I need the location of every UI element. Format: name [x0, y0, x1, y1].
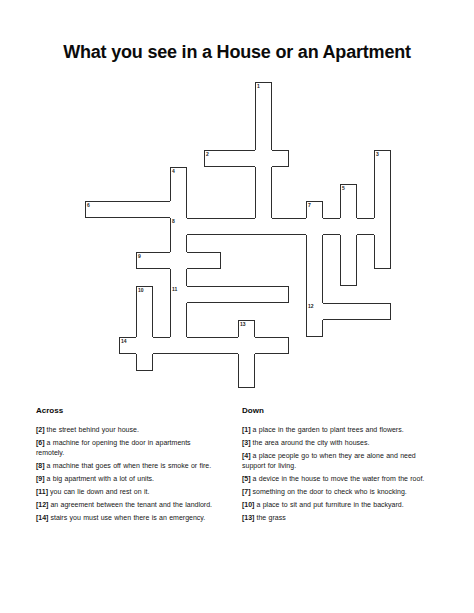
grid-cell-r8c13[interactable] [306, 218, 323, 235]
clue-text: a place people go to when they are alone… [242, 452, 416, 469]
blocked-area [204, 303, 221, 320]
grid-cell-r9c13[interactable] [306, 235, 323, 252]
grid-cell-r13c13[interactable]: 12 [306, 303, 323, 320]
cell-number: 5 [342, 185, 345, 191]
blocked-area [272, 116, 289, 133]
blocked-area [187, 99, 204, 116]
blocked-area [119, 82, 136, 99]
grid-cell-r10c7[interactable] [204, 252, 221, 269]
grid-cell-r9c5[interactable] [170, 235, 187, 252]
blocked-area [187, 167, 204, 184]
blocked-area [221, 99, 238, 116]
grid-cell-r7c1[interactable] [102, 201, 119, 218]
grid-cell-r11c15[interactable] [340, 269, 357, 286]
grid-cell-r6c5[interactable] [170, 184, 187, 201]
blocked-area [221, 82, 238, 99]
grid-cell-r8c5[interactable]: 8 [170, 218, 187, 235]
blocked-area [85, 218, 102, 235]
cell-number: 6 [87, 202, 90, 208]
grid-cell-r0c10[interactable]: 1 [255, 82, 272, 99]
blocked-area [136, 150, 153, 167]
blocked-area [136, 269, 153, 286]
blocked-area [119, 150, 136, 167]
blocked-area [306, 99, 323, 116]
blocked-area [136, 99, 153, 116]
grid-cell-r4c10[interactable] [255, 150, 272, 167]
grid-cell-r12c13[interactable] [306, 286, 323, 303]
blocked-area [289, 167, 306, 184]
blocked-area [153, 354, 170, 371]
blocked-area [153, 218, 170, 235]
blocked-area [153, 82, 170, 99]
clue-label: [10] [242, 501, 254, 508]
blocked-area [170, 99, 187, 116]
grid-cell-r15c4[interactable] [153, 337, 170, 354]
blocked-area [187, 269, 204, 286]
blocked-area [340, 116, 357, 133]
clue-label: [4] [242, 452, 251, 459]
blocked-area [85, 371, 102, 388]
grid-cell-r4c8[interactable] [221, 150, 238, 167]
blocked-area [374, 116, 391, 133]
blocked-area [289, 354, 306, 371]
grid-cell-r12c11[interactable] [272, 286, 289, 303]
cell-number: 3 [376, 151, 379, 157]
blocked-area [306, 82, 323, 99]
blocked-area [340, 150, 357, 167]
blocked-area [323, 286, 340, 303]
blocked-area [85, 235, 102, 252]
blocked-area [357, 354, 374, 371]
blocked-area [136, 235, 153, 252]
blocked-area [357, 286, 374, 303]
grid-cell-r15c9[interactable] [238, 337, 255, 354]
blocked-area [136, 82, 153, 99]
blocked-area [323, 201, 340, 218]
down-clue-3: [3]the area around the city with houses. [242, 438, 460, 448]
puzzle-title: What you see in a House or an Apartment [0, 42, 474, 63]
blocked-area [323, 235, 340, 252]
blocked-area [119, 303, 136, 320]
crossword-grid: 1234567891011121314 [85, 82, 391, 388]
blocked-area [357, 235, 374, 252]
grid-cell-r10c4[interactable] [153, 252, 170, 269]
blocked-area [204, 167, 221, 184]
blocked-area [102, 303, 119, 320]
blocked-area [340, 133, 357, 150]
grid-cell-r14c3[interactable] [136, 320, 153, 337]
blocked-area [85, 354, 102, 371]
grid-cell-r8c10[interactable] [255, 218, 272, 235]
blocked-area [255, 303, 272, 320]
grid-cell-r10c3[interactable]: 9 [136, 252, 153, 269]
grid-cell-r12c6[interactable] [187, 286, 204, 303]
grid-cell-r12c10[interactable] [255, 286, 272, 303]
blocked-area [187, 133, 204, 150]
blocked-area [306, 354, 323, 371]
blocked-area [221, 184, 238, 201]
blocked-area [238, 235, 255, 252]
blocked-area [170, 150, 187, 167]
grid-cell-r6c15[interactable]: 5 [340, 184, 357, 201]
blocked-area [119, 252, 136, 269]
blocked-area [102, 235, 119, 252]
grid-cell-r7c0[interactable]: 6 [85, 201, 102, 218]
blocked-area [357, 371, 374, 388]
blocked-area [255, 320, 272, 337]
blocked-area [204, 371, 221, 388]
blocked-area [357, 184, 374, 201]
blocked-area [85, 252, 102, 269]
blocked-area [272, 320, 289, 337]
blocked-area [272, 371, 289, 388]
blocked-area [272, 269, 289, 286]
blocked-area [289, 82, 306, 99]
clue-text: a machine that goes off when there is sm… [47, 462, 212, 469]
blocked-area [289, 150, 306, 167]
blocked-area [221, 201, 238, 218]
blocked-area [289, 337, 306, 354]
grid-cell-r7c13[interactable]: 7 [306, 201, 323, 218]
blocked-area [272, 99, 289, 116]
grid-cell-r8c12[interactable] [289, 218, 306, 235]
grid-cell-r12c5[interactable]: 11 [170, 286, 187, 303]
down-heading: Down [242, 406, 460, 415]
blocked-area [102, 184, 119, 201]
clue-label: [13] [242, 514, 254, 521]
blocked-area [357, 337, 374, 354]
blocked-area [85, 184, 102, 201]
blocked-area [272, 252, 289, 269]
blocked-area [340, 286, 357, 303]
grid-cell-r13c16[interactable] [357, 303, 374, 320]
blocked-area [170, 354, 187, 371]
grid-cell-r8c17[interactable] [374, 218, 391, 235]
blocked-area [306, 133, 323, 150]
blocked-area [374, 320, 391, 337]
grid-cell-r7c2[interactable] [119, 201, 136, 218]
blocked-area [306, 337, 323, 354]
blocked-area [255, 235, 272, 252]
blocked-area [153, 150, 170, 167]
grid-cell-r15c2[interactable]: 14 [119, 337, 136, 354]
blocked-area [323, 99, 340, 116]
grid-cell-r13c5[interactable] [170, 303, 187, 320]
grid-cell-r11c5[interactable] [170, 269, 187, 286]
cell-number: 8 [172, 218, 175, 224]
blocked-area [85, 286, 102, 303]
grid-cell-r7c4[interactable] [153, 201, 170, 218]
blocked-area [187, 82, 204, 99]
blocked-area [289, 303, 306, 320]
grid-cell-r6c10[interactable] [255, 184, 272, 201]
grid-cell-r12c3[interactable]: 10 [136, 286, 153, 303]
grid-cell-r5c10[interactable] [255, 167, 272, 184]
grid-cell-r8c6[interactable] [187, 218, 204, 235]
blocked-area [204, 320, 221, 337]
grid-cell-r7c15[interactable] [340, 201, 357, 218]
grid-cell-r8c16[interactable] [357, 218, 374, 235]
down-clue-7: [7]something on the door to check who is… [242, 487, 460, 497]
blocked-area [102, 150, 119, 167]
blocked-area [357, 320, 374, 337]
blocked-area [187, 150, 204, 167]
blocked-area [153, 184, 170, 201]
blocked-area [119, 371, 136, 388]
blocked-area [374, 286, 391, 303]
grid-cell-r11c13[interactable] [306, 269, 323, 286]
blocked-area [323, 184, 340, 201]
grid-cell-r2c10[interactable] [255, 116, 272, 133]
grid-cell-r15c3[interactable] [136, 337, 153, 354]
grid-cell-r10c6[interactable] [187, 252, 204, 269]
blocked-area [85, 116, 102, 133]
grid-cell-r16c9[interactable] [238, 354, 255, 371]
blocked-area [357, 167, 374, 184]
blocked-area [357, 133, 374, 150]
blocked-area [374, 354, 391, 371]
blocked-area [102, 218, 119, 235]
blocked-area [255, 252, 272, 269]
blocked-area [187, 235, 204, 252]
blocked-area [323, 82, 340, 99]
blocked-area [119, 235, 136, 252]
blocked-area [221, 116, 238, 133]
blocked-area [289, 371, 306, 388]
blocked-area [102, 167, 119, 184]
blocked-area [238, 184, 255, 201]
blocked-area [102, 286, 119, 303]
across-clue-9: [9]a big apartment with a lot of units. [36, 474, 254, 484]
grid-cell-r13c3[interactable] [136, 303, 153, 320]
blocked-area [357, 150, 374, 167]
blocked-area [289, 184, 306, 201]
blocked-area [374, 99, 391, 116]
blocked-area [204, 82, 221, 99]
cell-number: 10 [138, 287, 144, 293]
across-clue-2: [2]the street behind your house. [36, 425, 254, 435]
blocked-area [119, 218, 136, 235]
down-clue-4: [4]a place people go to when they are al… [242, 451, 460, 471]
grid-cell-r4c17[interactable]: 3 [374, 150, 391, 167]
blocked-area [340, 371, 357, 388]
blocked-area [170, 133, 187, 150]
blocked-area [136, 184, 153, 201]
blocked-area [153, 99, 170, 116]
grid-cell-r13c15[interactable] [340, 303, 357, 320]
grid-cell-r4c9[interactable] [238, 150, 255, 167]
blocked-area [323, 354, 340, 371]
blocked-area [119, 354, 136, 371]
clue-text: the area around the city with houses. [253, 439, 370, 446]
blocked-area [153, 133, 170, 150]
grid-cell-r3c10[interactable] [255, 133, 272, 150]
across-clue-6: [6]a machine for opening the door in apa… [36, 438, 254, 458]
blocked-area [221, 320, 238, 337]
grid-cell-r7c17[interactable] [374, 201, 391, 218]
grid-cell-r15c8[interactable] [221, 337, 238, 354]
blocked-area [357, 99, 374, 116]
blocked-area [306, 150, 323, 167]
cell-number: 1 [257, 83, 260, 89]
grid-cell-r10c13[interactable] [306, 252, 323, 269]
grid-cell-r9c15[interactable] [340, 235, 357, 252]
grid-cell-r7c10[interactable] [255, 201, 272, 218]
grid-cell-r7c5[interactable] [170, 201, 187, 218]
grid-cell-r8c11[interactable] [272, 218, 289, 235]
blocked-area [272, 167, 289, 184]
blocked-area [289, 286, 306, 303]
grid-cell-r10c17[interactable] [374, 252, 391, 269]
clue-text: a place in the garden to plant trees and… [253, 426, 404, 433]
cell-number: 7 [308, 202, 311, 208]
down-clue-10: [10]a place to sit and put furniture in … [242, 500, 460, 510]
cell-number: 9 [138, 253, 141, 259]
blocked-area [323, 150, 340, 167]
blocked-area [238, 303, 255, 320]
blocked-area [85, 167, 102, 184]
grid-cell-r1c10[interactable] [255, 99, 272, 116]
blocked-area [187, 116, 204, 133]
blocked-area [340, 320, 357, 337]
blocked-area [272, 201, 289, 218]
blocked-area [187, 320, 204, 337]
blocked-area [272, 354, 289, 371]
clue-label: [12] [36, 501, 48, 508]
blocked-area [323, 167, 340, 184]
grid-cell-r4c11[interactable] [272, 150, 289, 167]
grid-cell-r15c7[interactable] [204, 337, 221, 354]
blocked-area [187, 371, 204, 388]
across-clue-list: [2]the street behind your house.[6]a mac… [36, 425, 254, 523]
grid-cell-r8c15[interactable] [340, 218, 357, 235]
blocked-area [102, 133, 119, 150]
blocked-area [374, 337, 391, 354]
down-clue-13: [13]the grass [242, 513, 460, 523]
grid-cell-r13c17[interactable] [374, 303, 391, 320]
down-clue-list: [1]a place in the garden to plant trees … [242, 425, 460, 523]
blocked-area [289, 269, 306, 286]
clue-text: a machine for opening the door in apartm… [36, 439, 191, 456]
blocked-area [221, 269, 238, 286]
grid-cell-r4c7[interactable]: 2 [204, 150, 221, 167]
grid-cell-r15c11[interactable] [272, 337, 289, 354]
grid-cell-r15c10[interactable] [255, 337, 272, 354]
grid-cell-r16c3[interactable] [136, 354, 153, 371]
blocked-area [289, 133, 306, 150]
blocked-area [238, 201, 255, 218]
grid-cell-r15c6[interactable] [187, 337, 204, 354]
grid-cell-r8c8[interactable] [221, 218, 238, 235]
blocked-area [187, 354, 204, 371]
grid-cell-r12c7[interactable] [204, 286, 221, 303]
blocked-area [323, 371, 340, 388]
blocked-area [255, 269, 272, 286]
blocked-area [238, 269, 255, 286]
blocked-area [340, 82, 357, 99]
blocked-area [119, 133, 136, 150]
blocked-area [340, 354, 357, 371]
blocked-area [306, 116, 323, 133]
blocked-area [323, 133, 340, 150]
blocked-area [85, 82, 102, 99]
blocked-area [374, 269, 391, 286]
across-clue-12: [12]an agreement between the tenant and … [36, 500, 254, 510]
blocked-area [357, 82, 374, 99]
across-clue-14: [14]stairs you must use when there is an… [36, 513, 254, 523]
blocked-area [170, 371, 187, 388]
cell-number: 4 [172, 168, 175, 174]
blocked-area [340, 337, 357, 354]
blocked-area [119, 116, 136, 133]
blocked-area [221, 371, 238, 388]
grid-cell-r17c9[interactable] [238, 371, 255, 388]
grid-cell-r12c8[interactable] [221, 286, 238, 303]
grid-cell-r10c5[interactable] [170, 252, 187, 269]
blocked-area [357, 116, 374, 133]
blocked-area [272, 303, 289, 320]
grid-cell-r5c17[interactable] [374, 167, 391, 184]
across-clue-11: [11]you can lie down and rest on it. [36, 487, 254, 497]
clue-label: [14] [36, 514, 48, 521]
blocked-area [357, 201, 374, 218]
blocked-area [238, 116, 255, 133]
clue-text: a big apartment with a lot of units. [47, 475, 154, 482]
blocked-area [119, 99, 136, 116]
clue-text: a place to sit and put furniture in the … [256, 501, 403, 508]
blocked-area [102, 354, 119, 371]
blocked-area [153, 303, 170, 320]
grid-cell-r9c17[interactable] [374, 235, 391, 252]
blocked-area [255, 371, 272, 388]
grid-cell-r8c9[interactable] [238, 218, 255, 235]
grid-cell-r6c17[interactable] [374, 184, 391, 201]
grid-cell-r8c7[interactable] [204, 218, 221, 235]
blocked-area [289, 320, 306, 337]
blocked-area [136, 116, 153, 133]
grid-cell-r14c9[interactable]: 13 [238, 320, 255, 337]
blocked-area [153, 320, 170, 337]
clue-label: [5] [242, 475, 251, 482]
blocked-area [85, 99, 102, 116]
grid-cell-r14c13[interactable] [306, 320, 323, 337]
grid-cell-r14c5[interactable] [170, 320, 187, 337]
clue-text: an agreement between the tenant and the … [50, 501, 212, 508]
blocked-area [136, 167, 153, 184]
blocked-area [119, 184, 136, 201]
blocked-area [170, 116, 187, 133]
grid-cell-r15c5[interactable] [170, 337, 187, 354]
blocked-area [221, 303, 238, 320]
blocked-area [323, 269, 340, 286]
blocked-area [153, 116, 170, 133]
blocked-area [102, 371, 119, 388]
grid-cell-r12c9[interactable] [238, 286, 255, 303]
grid-cell-r7c3[interactable] [136, 201, 153, 218]
blocked-area [323, 116, 340, 133]
blocked-area [102, 82, 119, 99]
blocked-area [323, 320, 340, 337]
blocked-area [153, 286, 170, 303]
clue-text: a device in the house to move the water … [253, 475, 425, 482]
grid-cell-r13c14[interactable] [323, 303, 340, 320]
blocked-area [204, 133, 221, 150]
grid-cell-r10c15[interactable] [340, 252, 357, 269]
across-clue-8: [8]a machine that goes off when there is… [36, 461, 254, 471]
grid-cell-r8c14[interactable] [323, 218, 340, 235]
grid-cell-r5c5[interactable]: 4 [170, 167, 187, 184]
blocked-area [119, 286, 136, 303]
